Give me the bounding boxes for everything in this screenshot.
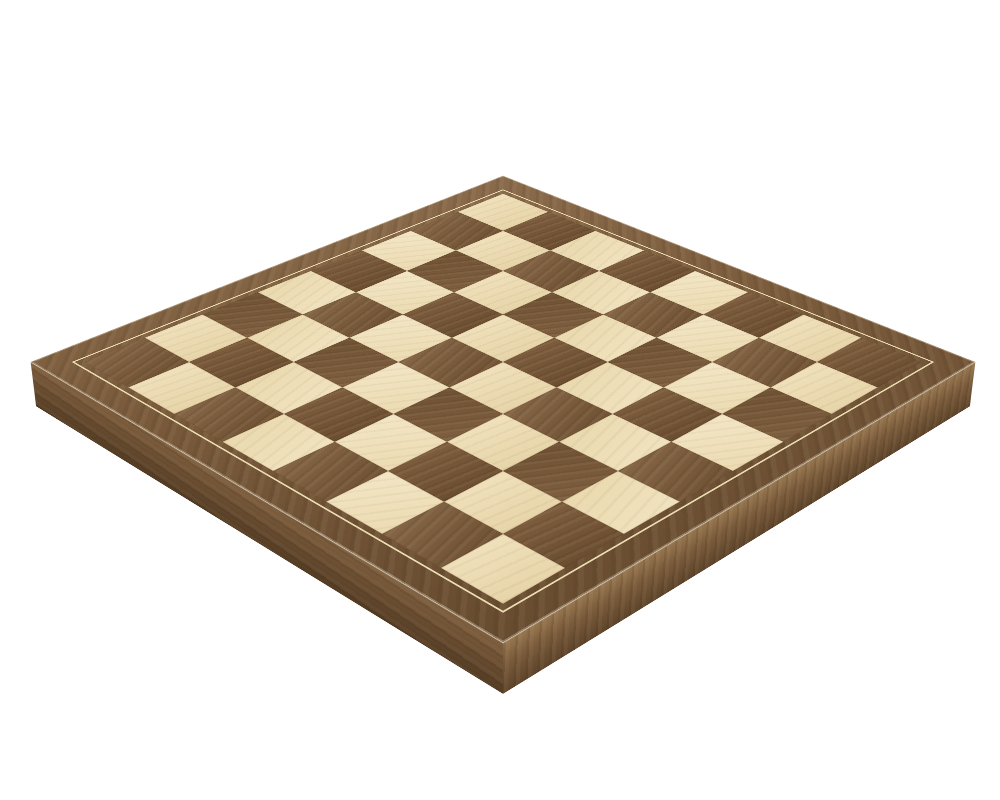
board-square — [335, 414, 447, 471]
board-square — [382, 502, 503, 568]
board-top-face — [31, 176, 976, 643]
board-square — [562, 471, 680, 534]
board-square — [503, 502, 624, 568]
board-square — [503, 442, 618, 502]
board-square — [557, 362, 664, 414]
board-square — [664, 362, 771, 414]
board-square — [771, 362, 878, 414]
board-square — [618, 442, 733, 502]
board-square — [447, 414, 559, 471]
board-square — [235, 362, 342, 414]
board-square — [722, 387, 832, 441]
board-square — [393, 387, 503, 441]
playing-area — [84, 194, 921, 604]
board-square — [284, 387, 394, 441]
board-square — [273, 442, 388, 502]
board-square — [671, 414, 783, 471]
board-square — [441, 534, 565, 604]
board-square — [444, 471, 562, 534]
board-square — [449, 362, 556, 414]
board-square — [128, 362, 235, 414]
board-square — [174, 387, 284, 441]
board-square — [326, 471, 444, 534]
board-square — [613, 387, 723, 441]
chess-board — [31, 176, 976, 643]
board-square — [503, 387, 613, 441]
board-square — [223, 414, 335, 471]
board-square — [559, 414, 671, 471]
board-square — [388, 442, 503, 502]
product-photo-background — [0, 0, 1000, 800]
board-square — [342, 362, 449, 414]
